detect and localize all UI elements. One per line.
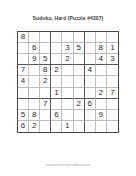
cell-r8c5 xyxy=(62,110,73,121)
cell-r7c9 xyxy=(107,99,118,110)
cell-r6c9: 7 xyxy=(107,88,118,99)
cell-r5c7 xyxy=(85,76,96,87)
cell-r1c7 xyxy=(85,32,96,43)
cell-r6c1 xyxy=(18,88,29,99)
cell-r8c3 xyxy=(40,110,51,121)
cell-r2c2: 6 xyxy=(29,43,40,54)
sudoku-page: Sudoku, Hard (Puzzle #4307) 863581952437… xyxy=(0,0,136,176)
cell-r9c7 xyxy=(85,121,96,132)
cell-r8c2: 8 xyxy=(29,110,40,121)
cell-r3c1 xyxy=(18,54,29,65)
cell-r1c8 xyxy=(96,32,107,43)
cell-r8c7 xyxy=(85,110,96,121)
cell-r5c6 xyxy=(74,76,85,87)
cell-r9c6 xyxy=(74,121,85,132)
cell-r7c4 xyxy=(51,99,62,110)
cell-r3c7 xyxy=(85,54,96,65)
cell-r2c9: 1 xyxy=(107,43,118,54)
cell-r2c4 xyxy=(51,43,62,54)
cell-r6c5 xyxy=(62,88,73,99)
footer-url: www.printmysudoku.com xyxy=(0,162,136,167)
cell-r6c4: 1 xyxy=(51,88,62,99)
cell-r2c5: 3 xyxy=(62,43,73,54)
cell-r1c2 xyxy=(29,32,40,43)
cell-r6c2 xyxy=(29,88,40,99)
cell-r8c1: 5 xyxy=(18,110,29,121)
cell-r6c6 xyxy=(74,88,85,99)
cell-r3c3: 5 xyxy=(40,54,51,65)
cell-r4c2 xyxy=(29,65,40,76)
cell-r2c6: 5 xyxy=(74,43,85,54)
cell-r8c9 xyxy=(107,110,118,121)
cell-r7c5 xyxy=(62,99,73,110)
cell-r3c5: 2 xyxy=(62,54,73,65)
cell-r4c1: 7 xyxy=(18,65,29,76)
cell-r9c3 xyxy=(40,121,51,132)
cell-r8c8: 9 xyxy=(96,110,107,121)
cell-r4c7: 4 xyxy=(85,65,96,76)
cell-r4c3: 8 xyxy=(40,65,51,76)
cell-r3c4 xyxy=(51,54,62,65)
cell-r7c2 xyxy=(29,99,40,110)
cell-r2c7 xyxy=(85,43,96,54)
cell-r4c8 xyxy=(96,65,107,76)
cell-r1c5 xyxy=(62,32,73,43)
cell-r9c8 xyxy=(96,121,107,132)
cell-r2c8: 8 xyxy=(96,43,107,54)
cell-r3c6 xyxy=(74,54,85,65)
cell-r1c4 xyxy=(51,32,62,43)
cell-r2c3 xyxy=(40,43,51,54)
sudoku-grid: 863581952437824421277265869621 xyxy=(17,31,119,133)
cell-r5c8 xyxy=(96,76,107,87)
cell-r5c5 xyxy=(62,76,73,87)
cell-r6c8: 2 xyxy=(96,88,107,99)
cell-r7c8 xyxy=(96,99,107,110)
cell-r6c3 xyxy=(40,88,51,99)
cell-r1c1: 8 xyxy=(18,32,29,43)
cell-r6c7 xyxy=(85,88,96,99)
cell-r2c1 xyxy=(18,43,29,54)
cell-r7c6: 2 xyxy=(74,99,85,110)
cell-r3c2: 9 xyxy=(29,54,40,65)
cell-r9c9 xyxy=(107,121,118,132)
cell-r7c3: 7 xyxy=(40,99,51,110)
cell-r5c2 xyxy=(29,76,40,87)
page-title: Sudoku, Hard (Puzzle #4307) xyxy=(0,15,136,21)
cell-r9c2: 2 xyxy=(29,121,40,132)
cell-r9c1: 6 xyxy=(18,121,29,132)
cell-r9c5: 1 xyxy=(62,121,73,132)
cell-r5c4 xyxy=(51,76,62,87)
cell-r9c4 xyxy=(51,121,62,132)
cell-r4c6 xyxy=(74,65,85,76)
cell-r1c3 xyxy=(40,32,51,43)
cell-r8c4: 6 xyxy=(51,110,62,121)
cell-r5c1: 4 xyxy=(18,76,29,87)
cell-r4c9 xyxy=(107,65,118,76)
cell-r1c9 xyxy=(107,32,118,43)
cell-r7c7: 6 xyxy=(85,99,96,110)
cell-r8c6 xyxy=(74,110,85,121)
cell-r4c5 xyxy=(62,65,73,76)
cell-r5c3: 2 xyxy=(40,76,51,87)
cell-r5c9 xyxy=(107,76,118,87)
cell-r1c6 xyxy=(74,32,85,43)
cell-r3c9: 3 xyxy=(107,54,118,65)
cell-r7c1 xyxy=(18,99,29,110)
cell-r4c4: 2 xyxy=(51,65,62,76)
cell-r3c8: 4 xyxy=(96,54,107,65)
